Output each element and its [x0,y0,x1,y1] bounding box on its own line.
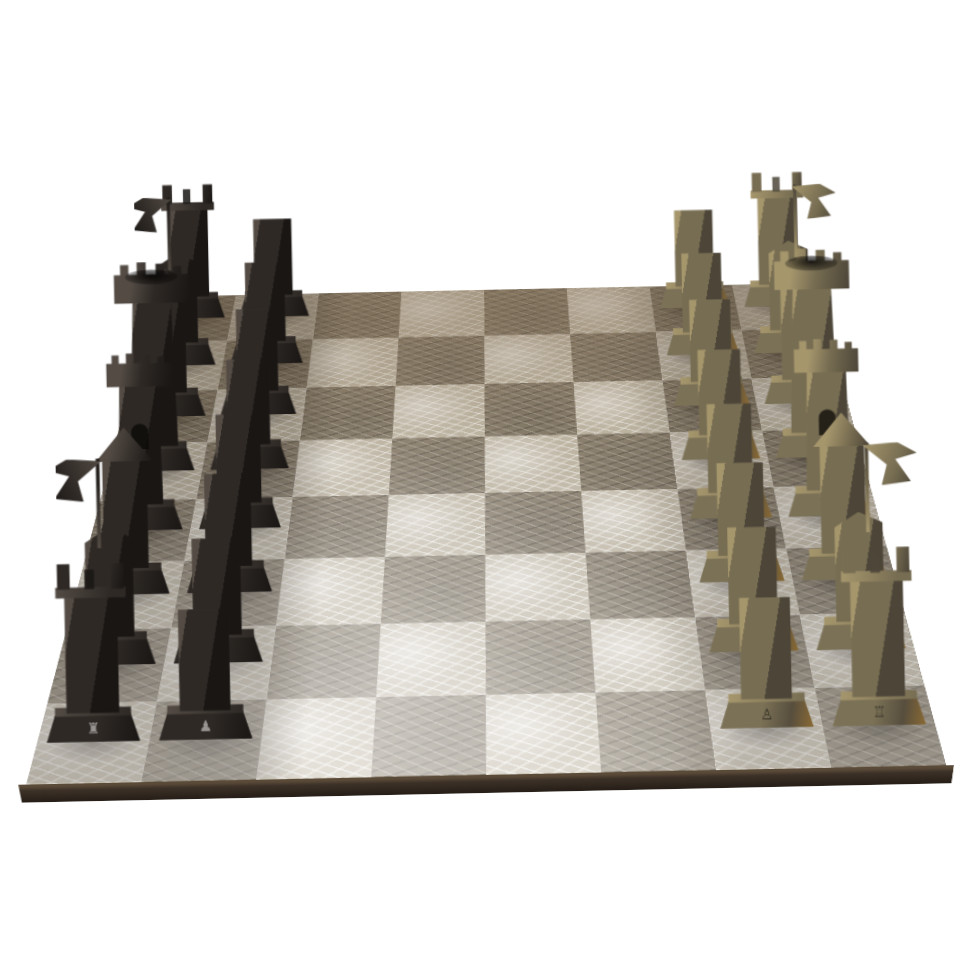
square-d3[interactable] [581,489,686,552]
square-b5[interactable] [376,621,486,696]
square-e6[interactable] [293,438,393,497]
piece-pr2 [110,563,123,589]
square-h6[interactable] [313,292,402,339]
piece-col [849,579,904,697]
black-rook-glyph: ♜ [86,721,99,736]
square-e3[interactable] [577,433,677,492]
square-d5[interactable] [385,493,485,557]
square-f5[interactable] [392,384,484,438]
chessboard: ♜♟♙♖♞♟♙♘♝♟♙♗♚♟♙♔♛♟♙♕♝♟♙♗♞♟♙♘♜♟♙♖ [26,283,946,784]
piece-black-pawn[interactable]: ♟ [146,485,259,741]
white-pawn-glyph: ♙ [760,707,773,722]
square-a7[interactable]: ♟ [141,699,266,782]
square-a3[interactable] [595,690,716,772]
black-pawn-glyph: ♟ [198,719,211,734]
square-h4[interactable] [484,289,570,336]
square-h3[interactable] [567,287,656,334]
square-c5[interactable] [381,555,486,624]
square-c4[interactable] [485,552,590,621]
square-c3[interactable] [586,550,695,619]
square-b6[interactable] [267,624,381,700]
piece-black-rook[interactable]: ♜ [34,487,147,743]
piece-white-rook[interactable]: ♖ [820,471,933,727]
piece-pr2 [896,546,909,572]
square-g6[interactable] [307,337,399,388]
scene: ♜♟♙♖♞♟♙♘♝♟♙♗♚♟♙♔♛♟♙♕♝♟♙♗♞♟♙♘♜♟♙♖ [0,0,960,960]
square-d4[interactable] [485,491,586,554]
square-f6[interactable] [300,386,396,440]
white-rook-glyph: ♖ [872,705,885,720]
square-a8[interactable]: ♜ [26,702,157,785]
square-e4[interactable] [485,434,581,493]
square-a5[interactable] [371,695,486,778]
square-d6[interactable] [285,495,389,559]
piece-col [738,597,791,700]
square-f4[interactable] [485,382,578,436]
square-a6[interactable] [256,697,376,780]
square-b3[interactable] [590,617,705,692]
piece-pr3 [869,553,879,573]
square-f3[interactable] [574,380,670,434]
piece-col [64,595,119,713]
piece-white-pawn[interactable]: ♙ [708,473,821,729]
square-a1[interactable]: ♖ [815,685,946,767]
square-c6[interactable] [276,557,385,626]
square-b4[interactable] [486,619,596,694]
square-e5[interactable] [389,436,485,495]
square-a4[interactable] [486,692,601,775]
square-h5[interactable] [399,290,485,337]
piece-pr1 [56,564,69,590]
square-g4[interactable] [484,334,573,384]
piece-col [177,608,230,711]
square-a2[interactable]: ♙ [705,688,831,770]
square-g3[interactable] [570,332,662,382]
piece-pr3 [84,569,94,589]
piece-pr1 [842,547,855,573]
square-g5[interactable] [396,335,485,385]
